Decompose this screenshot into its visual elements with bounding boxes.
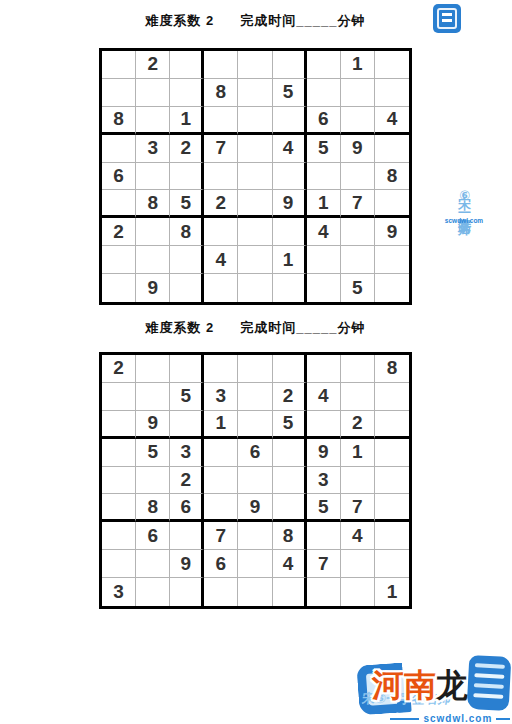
sudoku-cell-r9c4 [204,578,238,606]
sudoku-cell-r6c8: 7 [341,190,375,218]
sudoku-cell-r2c6: 5 [273,79,307,107]
sudoku-cell-r6c1 [102,494,136,522]
sudoku-cell-r6c2: 8 [136,494,170,522]
sudoku-cell-r9c8: 5 [341,274,375,302]
completion-time-label: 完成时间_____分钟 [240,320,365,335]
sudoku-cell-r4c3: 2 [170,135,204,163]
side-watermark-banner: 宋⑥一字签名师 scwdwl.com [452,186,476,344]
sudoku-cell-r5c5 [238,467,272,495]
sudoku-cell-r8c2 [136,246,170,274]
sudoku-cell-r8c7 [307,246,341,274]
difficulty-label: 难度系数 2 [146,320,215,335]
sudoku-cell-r6c8: 7 [341,494,375,522]
sudoku-cell-r5c9: 8 [375,163,409,191]
sudoku-cell-r1c6 [273,51,307,79]
sudoku-cell-r6c5 [238,190,272,218]
sudoku-cell-r7c5 [238,522,272,550]
sudoku-cell-r1c9 [375,51,409,79]
sudoku-cell-r5c2 [136,163,170,191]
sudoku-board-2: 28532491525369123869576784964731 [99,352,412,609]
sudoku-cell-r2c2 [136,383,170,411]
sudoku-cell-r8c9 [375,550,409,578]
sudoku-cell-r9c6 [273,578,307,606]
sudoku-cell-r8c9 [375,246,409,274]
sudoku-cell-r8c1 [102,550,136,578]
brand-name-part1: 河南 [372,667,436,703]
sudoku-cell-r6c2: 8 [136,190,170,218]
sudoku-cell-r2c7 [307,79,341,107]
sudoku-cell-r5c8 [341,163,375,191]
sudoku-cell-r4c7: 5 [307,135,341,163]
sudoku-cell-r3c6 [273,107,307,135]
sudoku-cell-r8c3 [170,246,204,274]
sudoku-cell-r7c5 [238,218,272,246]
sudoku-cell-r4c9 [375,135,409,163]
sudoku-cell-r8c6: 1 [273,246,307,274]
sudoku-cell-r9c3 [170,578,204,606]
site-logo-watermark: 宋⑥一字签名师 河南龙网 scwdwl.com [356,652,512,724]
puzzle-2-title: 难度系数 2完成时间_____分钟 [99,319,412,337]
sudoku-cell-r1c6 [273,355,307,383]
sudoku-cell-r5c3 [170,163,204,191]
sudoku-cell-r1c3 [170,355,204,383]
sudoku-cell-r2c6: 2 [273,383,307,411]
sudoku-cell-r9c1 [102,274,136,302]
dash-divider [496,718,510,720]
sudoku-cell-r3c4: 1 [204,411,238,439]
sudoku-cell-r1c3 [170,51,204,79]
sudoku-cell-r1c7 [307,51,341,79]
sudoku-cell-r4c6 [273,439,307,467]
sudoku-cell-r9c1: 3 [102,578,136,606]
sudoku-cell-r7c2: 6 [136,522,170,550]
sudoku-cell-r4c7: 9 [307,439,341,467]
sudoku-cell-r4c8: 1 [341,439,375,467]
sudoku-cell-r5c2 [136,467,170,495]
sudoku-cell-r8c4: 4 [204,246,238,274]
sudoku-cell-r3c1: 8 [102,107,136,135]
sudoku-cell-r6c1 [102,190,136,218]
sudoku-cell-r3c3 [170,411,204,439]
puzzle-1-title: 难度系数 2完成时间_____分钟 [99,12,412,30]
sudoku-cell-r7c8: 4 [341,522,375,550]
sudoku-cell-r9c6 [273,274,307,302]
sudoku-cell-r3c4 [204,107,238,135]
sudoku-cell-r2c4: 8 [204,79,238,107]
sudoku-cell-r6c6 [273,494,307,522]
sudoku-cell-r2c9 [375,79,409,107]
logo-site-url-row: scwdwl.com [390,713,510,724]
sudoku-cell-r9c2 [136,578,170,606]
sudoku-cell-r4c1 [102,135,136,163]
sudoku-cell-r2c8 [341,383,375,411]
sudoku-cell-r7c8 [341,218,375,246]
sudoku-cell-r1c4 [204,355,238,383]
sudoku-cell-r2c2 [136,79,170,107]
sudoku-cell-r2c3: 5 [170,383,204,411]
sudoku-cell-r1c2: 2 [136,51,170,79]
sudoku-cell-r9c4 [204,274,238,302]
sudoku-cell-r8c1 [102,246,136,274]
sudoku-cell-r8c8 [341,246,375,274]
sudoku-cell-r6c3: 5 [170,190,204,218]
sudoku-cell-r1c5 [238,355,272,383]
sudoku-cell-r3c3: 1 [170,107,204,135]
sudoku-cell-r6c4 [204,494,238,522]
sudoku-cell-r6c7: 1 [307,190,341,218]
sudoku-cell-r6c4: 2 [204,190,238,218]
sudoku-cell-r9c2: 9 [136,274,170,302]
sudoku-cell-r6c9 [375,494,409,522]
sudoku-cell-r9c7 [307,274,341,302]
sudoku-cell-r7c9: 9 [375,218,409,246]
sudoku-cell-r7c2 [136,218,170,246]
sudoku-cell-r9c8 [341,578,375,606]
sudoku-cell-r5c7 [307,163,341,191]
sudoku-cell-r3c8: 2 [341,411,375,439]
sudoku-cell-r4c2: 5 [136,439,170,467]
sudoku-cell-r7c4: 7 [204,522,238,550]
side-banner-stylized-text: 宋⑥一字签名师 [453,186,475,215]
sudoku-cell-r2c5 [238,383,272,411]
worksheet-page: 难度系数 2完成时间_____分钟 2185816432745968852917… [0,0,512,724]
sudoku-cell-r2c4: 3 [204,383,238,411]
sudoku-cell-r7c7: 4 [307,218,341,246]
sudoku-cell-r1c8 [341,355,375,383]
sudoku-cell-r2c7: 4 [307,383,341,411]
sudoku-cell-r1c1 [102,51,136,79]
sudoku-cell-r5c1 [102,467,136,495]
sudoku-cell-r7c4 [204,218,238,246]
sudoku-cell-r4c4 [204,439,238,467]
sudoku-cell-r1c7 [307,355,341,383]
sudoku-cell-r3c2 [136,107,170,135]
sudoku-cell-r3c5 [238,107,272,135]
sudoku-cell-r3c7: 6 [307,107,341,135]
sudoku-cell-r1c8: 1 [341,51,375,79]
site-url-text: scwdwl.com [423,713,492,724]
sudoku-cell-r5c6 [273,467,307,495]
sudoku-cell-r3c1 [102,411,136,439]
sudoku-cell-r5c4 [204,467,238,495]
sudoku-cell-r3c7 [307,411,341,439]
sudoku-cell-r9c9 [375,274,409,302]
side-banner-site-text: scwdwl.com [445,217,483,224]
sudoku-cell-r4c6: 4 [273,135,307,163]
sudoku-cell-r8c6: 4 [273,550,307,578]
sudoku-board-1: 218581643274596885291728494195 [99,48,412,305]
sudoku-cell-r3c9: 4 [375,107,409,135]
sudoku-cell-r4c9 [375,439,409,467]
sudoku-cell-r6c6: 9 [273,190,307,218]
sudoku-cell-r7c9 [375,522,409,550]
sudoku-cell-r9c3 [170,274,204,302]
sudoku-cell-r2c1 [102,79,136,107]
sudoku-cell-r7c3: 8 [170,218,204,246]
sudoku-cell-r4c5: 6 [238,439,272,467]
sudoku-cell-r7c1 [102,522,136,550]
dash-divider [390,718,419,720]
sudoku-cell-r6c5: 9 [238,494,272,522]
sudoku-cell-r5c7: 3 [307,467,341,495]
sudoku-cell-r4c4: 7 [204,135,238,163]
sudoku-cell-r9c9: 1 [375,578,409,606]
sudoku-cell-r4c8: 9 [341,135,375,163]
sudoku-cell-r2c1 [102,383,136,411]
sudoku-cell-r8c2 [136,550,170,578]
sudoku-cell-r2c5 [238,79,272,107]
sudoku-cell-r1c1: 2 [102,355,136,383]
sudoku-cell-r5c8 [341,467,375,495]
sudoku-cell-r8c5 [238,246,272,274]
sudoku-cell-r3c8 [341,107,375,135]
sudoku-cell-r5c9 [375,467,409,495]
sudoku-cell-r3c9 [375,411,409,439]
sudoku-cell-r2c3 [170,79,204,107]
sudoku-cell-r9c7 [307,578,341,606]
sudoku-cell-r1c9: 8 [375,355,409,383]
corner-watermark-icon [433,4,461,33]
sudoku-cell-r4c3: 3 [170,439,204,467]
sudoku-cell-r7c1: 2 [102,218,136,246]
sudoku-cell-r8c3: 9 [170,550,204,578]
sudoku-cell-r5c5 [238,163,272,191]
sudoku-cell-r7c3 [170,522,204,550]
sudoku-cell-r8c7: 7 [307,550,341,578]
sudoku-cell-r9c5 [238,274,272,302]
sudoku-cell-r6c7: 5 [307,494,341,522]
sudoku-cell-r5c6 [273,163,307,191]
sudoku-cell-r1c4 [204,51,238,79]
sudoku-cell-r7c6: 8 [273,522,307,550]
sudoku-cell-r3c2: 9 [136,411,170,439]
sudoku-cell-r6c9 [375,190,409,218]
sudoku-cell-r8c4: 6 [204,550,238,578]
sudoku-cell-r8c8 [341,550,375,578]
sudoku-cell-r5c4 [204,163,238,191]
sudoku-cell-r3c5 [238,411,272,439]
logo-seal-stamp-icon [467,655,512,711]
sudoku-cell-r9c5 [238,578,272,606]
sudoku-cell-r7c7 [307,522,341,550]
difficulty-label: 难度系数 2 [146,13,215,28]
sudoku-cell-r5c3: 2 [170,467,204,495]
sudoku-cell-r4c1 [102,439,136,467]
sudoku-cell-r5c1: 6 [102,163,136,191]
sudoku-cell-r4c5 [238,135,272,163]
sudoku-cell-r6c3: 6 [170,494,204,522]
sudoku-cell-r2c8 [341,79,375,107]
sudoku-cell-r1c2 [136,355,170,383]
sudoku-cell-r7c6 [273,218,307,246]
sudoku-cell-r1c5 [238,51,272,79]
sudoku-cell-r2c9 [375,383,409,411]
sudoku-cell-r4c2: 3 [136,135,170,163]
completion-time-label: 完成时间_____分钟 [240,13,365,28]
sudoku-cell-r8c5 [238,550,272,578]
sudoku-cell-r3c6: 5 [273,411,307,439]
